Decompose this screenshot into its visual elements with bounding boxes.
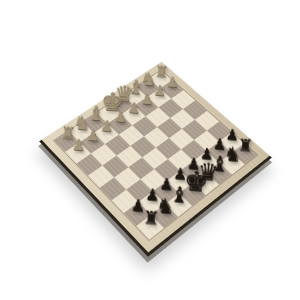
- board-grid: ♜♟♟♜♞♟♟♞♝♟♟♝♛♟♟♛♚♟♟♚♝♟♟♝♞♟♟♞♜♟♟♜: [54, 71, 257, 240]
- piece-black-rook[interactable]: ♜: [140, 208, 161, 228]
- chess-set-photo: ♜♟♟♜♞♟♟♞♝♟♟♝♛♟♟♛♚♟♟♚♝♟♟♝♞♟♟♞♜♟♟♜: [0, 0, 300, 300]
- square-h8[interactable]: ♜: [136, 215, 163, 240]
- square-h2[interactable]: ♟: [65, 142, 91, 163]
- piece-white-pawn[interactable]: ♟: [69, 137, 88, 153]
- square-h4[interactable]: [88, 166, 114, 188]
- chess-board: ♜♟♟♜♞♟♟♞♝♟♟♝♛♟♟♛♚♟♟♚♝♟♟♝♞♟♟♞♜♟♟♜: [39, 62, 272, 257]
